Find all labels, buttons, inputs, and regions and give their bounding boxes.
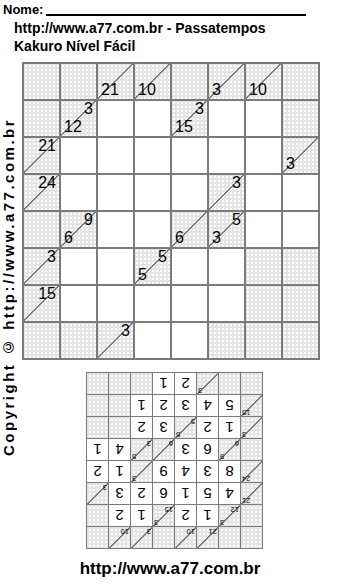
solution-digit-r6c5: 3 — [153, 417, 174, 438]
entry-cell-r4c3[interactable] — [98, 175, 133, 210]
solution-digit-r8c4: 2 — [175, 373, 196, 394]
footer-url: http://www.a77.com.br — [0, 559, 340, 579]
entry-cell-r5c8[interactable] — [283, 212, 318, 247]
clue-cell-r5c6: 53 — [131, 439, 152, 460]
down-clue: 10 — [249, 82, 267, 99]
entry-cell-r4c7[interactable] — [246, 175, 281, 210]
across-clue: 24 — [38, 175, 56, 192]
down-clue: 3 — [147, 527, 151, 535]
block-cell-r8c1 — [241, 373, 262, 394]
clue-cell-r4c1: 24 — [241, 461, 262, 482]
solution-digit-r4c4: 4 — [175, 461, 196, 482]
across-clue: 24 — [242, 474, 250, 482]
solution-digit-r5c3: 6 — [197, 439, 218, 460]
down-clue: 10 — [138, 82, 156, 99]
across-clue: 15 — [38, 286, 56, 303]
solution-digit-r6c3: 2 — [197, 417, 218, 438]
solution-digit-r7c4: 3 — [175, 395, 196, 416]
clue-cell-r2c5: 315 — [153, 505, 174, 526]
clue-cell-r2c2: 312 — [219, 505, 240, 526]
kakuro-solution-board: 2110310312123151221451623324834931296636… — [86, 372, 263, 549]
across-clue: 3 — [232, 175, 241, 192]
solution-digit-r3c6: 2 — [131, 483, 152, 504]
block-cell-r8c6 — [209, 323, 244, 358]
solution-digit-r4c7: 1 — [109, 461, 130, 482]
across-clue: 21 — [242, 496, 250, 504]
block-cell-r1c8 — [283, 64, 318, 99]
entry-cell-r6c2[interactable] — [61, 249, 96, 284]
block-cell-r7c7 — [246, 286, 281, 321]
solution-digit-r7c6: 1 — [131, 395, 152, 416]
across-clue: 3 — [121, 323, 130, 340]
solution-digit-r3c2: 4 — [219, 483, 240, 504]
clue-cell-r1c3: 21 — [197, 527, 218, 548]
down-clue: 10 — [187, 527, 195, 535]
name-label: Nome: — [3, 2, 43, 17]
solution-digit-r3c5: 6 — [153, 483, 174, 504]
down-clue: 12 — [64, 119, 82, 136]
down-clue: 3 — [212, 82, 221, 99]
across-clue: 3 — [47, 249, 56, 266]
solution-digit-r4c8: 2 — [87, 461, 108, 482]
solution-digit-r7c5: 2 — [153, 395, 174, 416]
across-clue: 3 — [195, 101, 204, 118]
clue-cell-r1c6: 3 — [131, 527, 152, 548]
block-cell-r6c7 — [109, 417, 130, 438]
clue-cell-r7c1: 15 — [24, 286, 59, 321]
entry-cell-r7c4[interactable] — [135, 286, 170, 321]
clue-cell-r3c8: 3 — [87, 483, 108, 504]
entry-cell-r4c2[interactable] — [61, 175, 96, 210]
down-clue: 6 — [169, 439, 173, 447]
entry-cell-r7c5[interactable] — [172, 286, 207, 321]
across-clue: 3 — [132, 474, 136, 482]
clue-cell-r5c6: 53 — [209, 212, 244, 247]
solution-digit-r3c3: 5 — [197, 483, 218, 504]
down-clue: 3 — [147, 439, 151, 447]
block-cell-r2c8 — [283, 101, 318, 136]
solution-digit-r5c7: 4 — [109, 439, 130, 460]
block-cell-r1c5 — [153, 527, 174, 548]
entry-cell-r3c5[interactable] — [172, 138, 207, 173]
down-clue: 10 — [121, 527, 129, 535]
solution-digit-r4c3: 3 — [197, 461, 218, 482]
clue-cell-r5c2: 96 — [61, 212, 96, 247]
down-clue: 15 — [165, 505, 173, 513]
down-clue: 21 — [209, 527, 217, 535]
across-clue: 5 — [232, 212, 241, 229]
clue-cell-r8c3: 3 — [98, 323, 133, 358]
block-cell-r7c8 — [283, 286, 318, 321]
clue-cell-r2c2: 312 — [61, 101, 96, 136]
entry-cell-r2c3[interactable] — [98, 101, 133, 136]
entry-cell-r6c5[interactable] — [172, 249, 207, 284]
across-clue: 9 — [220, 452, 224, 460]
entry-cell-r2c4[interactable] — [135, 101, 170, 136]
block-cell-r2c1 — [241, 505, 262, 526]
entry-cell-r5c3[interactable] — [98, 212, 133, 247]
entry-cell-r7c3[interactable] — [98, 286, 133, 321]
block-cell-r6c8 — [283, 249, 318, 284]
entry-cell-r3c2[interactable] — [61, 138, 96, 173]
block-cell-r2c8 — [87, 505, 108, 526]
solution-digit-r7c2: 5 — [219, 395, 240, 416]
clue-cell-r4c1: 24 — [24, 175, 59, 210]
across-clue: 5 — [132, 452, 136, 460]
kakuro-board: 211031031231521324396653355153 — [22, 62, 320, 360]
clue-cell-r6c1: 3 — [241, 417, 262, 438]
clue-cell-r1c7: 10 — [109, 527, 130, 548]
block-cell-r8c1 — [24, 323, 59, 358]
entry-cell-r8c5[interactable] — [172, 323, 207, 358]
down-clue: 3 — [103, 483, 107, 491]
block-cell-r7c8 — [87, 395, 108, 416]
solution-digit-r5c4: 3 — [175, 439, 196, 460]
block-cell-r7c7 — [109, 395, 130, 416]
block-cell-r5c1 — [24, 212, 59, 247]
name-fill-line — [46, 14, 306, 16]
block-cell-r1c1 — [241, 527, 262, 548]
entry-cell-r6c3[interactable] — [98, 249, 133, 284]
block-cell-r8c6 — [131, 373, 152, 394]
down-clue: 3 — [212, 230, 221, 247]
across-clue: 5 — [176, 430, 180, 438]
block-cell-r8c2 — [61, 323, 96, 358]
clue-cell-r6c4: 55 — [175, 417, 196, 438]
block-cell-r6c8 — [87, 417, 108, 438]
clue-cell-r5c5: 6 — [153, 439, 174, 460]
puzzle-title: Kakuro Nível Fácil — [14, 38, 135, 54]
block-cell-r1c2 — [61, 64, 96, 99]
block-cell-r8c8 — [283, 323, 318, 358]
down-clue: 12 — [231, 505, 239, 513]
down-clue: 5 — [191, 417, 195, 425]
across-clue: 21 — [38, 138, 56, 155]
across-clue: 3 — [198, 386, 202, 394]
solution-digit-r4c5: 9 — [153, 461, 174, 482]
clue-cell-r1c4: 10 — [135, 64, 170, 99]
solution-digit-r2c4: 2 — [175, 505, 196, 526]
across-clue: 3 — [220, 518, 224, 526]
clue-cell-r8c3: 3 — [197, 373, 218, 394]
block-cell-r8c2 — [219, 373, 240, 394]
entry-cell-r3c3[interactable] — [98, 138, 133, 173]
across-clue: 5 — [158, 249, 167, 266]
entry-cell-r3c6[interactable] — [209, 138, 244, 173]
entry-cell-r4c4[interactable] — [135, 175, 170, 210]
block-cell-r1c2 — [219, 527, 240, 548]
solution-digit-r2c7: 2 — [109, 505, 130, 526]
down-clue: 3 — [286, 156, 295, 173]
entry-cell-r5c7[interactable] — [246, 212, 281, 247]
solution-digit-r3c7: 3 — [109, 483, 130, 504]
solution-digit-r6c6: 2 — [131, 417, 152, 438]
clue-cell-r6c4: 55 — [135, 249, 170, 284]
block-cell-r2c1 — [24, 101, 59, 136]
solution-digit-r4c2: 8 — [219, 461, 240, 482]
block-cell-r1c5 — [172, 64, 207, 99]
across-clue: 15 — [242, 408, 250, 416]
entry-cell-r2c7[interactable] — [246, 101, 281, 136]
clue-cell-r2c5: 315 — [172, 101, 207, 136]
solution-digit-r2c6: 1 — [131, 505, 152, 526]
down-clue: 5 — [138, 267, 147, 284]
down-clue: 6 — [64, 230, 73, 247]
clue-cell-r1c4: 10 — [175, 527, 196, 548]
solution-digit-r2c3: 1 — [197, 505, 218, 526]
down-clue: 15 — [175, 119, 193, 136]
block-cell-r1c1 — [24, 64, 59, 99]
entry-cell-r5c4[interactable] — [135, 212, 170, 247]
entry-cell-r4c8[interactable] — [283, 175, 318, 210]
copyright-vertical-text: Copyright © http://www.a77.com.br — [0, 60, 16, 456]
across-clue: 3 — [154, 518, 158, 526]
clue-cell-r3c1: 21 — [24, 138, 59, 173]
clue-cell-r3c8: 3 — [283, 138, 318, 173]
entry-cell-r2c6[interactable] — [209, 101, 244, 136]
across-clue: 3 — [242, 430, 246, 438]
kakuro-print-page: Nome: http://www.a77.com.br - Passatempo… — [0, 0, 340, 584]
block-cell-r8c7 — [109, 373, 130, 394]
block-cell-r8c8 — [87, 373, 108, 394]
across-clue: 9 — [84, 212, 93, 229]
down-clue: 21 — [101, 82, 119, 99]
clue-cell-r4c6: 3 — [209, 175, 244, 210]
solution-digit-r6c2: 1 — [219, 417, 240, 438]
across-clue: 3 — [84, 101, 93, 118]
clue-cell-r3c1: 21 — [241, 483, 262, 504]
clue-cell-r5c5: 6 — [172, 212, 207, 247]
down-clue: 6 — [235, 439, 239, 447]
clue-cell-r5c2: 96 — [219, 439, 240, 460]
entry-cell-r3c4[interactable] — [135, 138, 170, 173]
clue-cell-r1c6: 3 — [209, 64, 244, 99]
entry-cell-r7c2[interactable] — [61, 286, 96, 321]
block-cell-r5c1 — [241, 439, 262, 460]
solution-digit-r5c8: 1 — [87, 439, 108, 460]
site-title: http://www.a77.com.br - Passatempos — [14, 20, 266, 36]
clue-cell-r4c6: 3 — [131, 461, 152, 482]
block-cell-r6c7 — [246, 249, 281, 284]
entry-cell-r6c6[interactable] — [209, 249, 244, 284]
clue-cell-r1c3: 21 — [98, 64, 133, 99]
down-clue: 6 — [175, 230, 184, 247]
entry-cell-r7c6[interactable] — [209, 286, 244, 321]
block-cell-r1c8 — [87, 527, 108, 548]
solution-digit-r7c3: 4 — [197, 395, 218, 416]
solution-digit-r8c5: 1 — [153, 373, 174, 394]
block-cell-r8c7 — [246, 323, 281, 358]
clue-cell-r1c7: 10 — [246, 64, 281, 99]
clue-cell-r6c1: 3 — [24, 249, 59, 284]
entry-cell-r8c4[interactable] — [135, 323, 170, 358]
entry-cell-r4c5[interactable] — [172, 175, 207, 210]
solution-digit-r3c4: 1 — [175, 483, 196, 504]
clue-cell-r7c1: 15 — [241, 395, 262, 416]
entry-cell-r3c7[interactable] — [246, 138, 281, 173]
